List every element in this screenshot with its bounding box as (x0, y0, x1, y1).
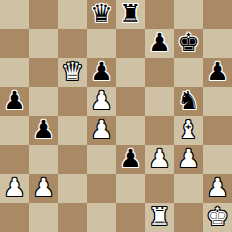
square-a8[interactable] (0, 0, 29, 29)
black-pawn-b4[interactable]: ♟ (32, 117, 54, 142)
square-e1[interactable] (116, 203, 145, 232)
square-d8[interactable]: ♛ (87, 0, 116, 29)
square-a3[interactable] (0, 145, 29, 174)
square-c3[interactable] (58, 145, 87, 174)
square-g1[interactable] (174, 203, 203, 232)
square-a7[interactable] (0, 29, 29, 58)
black-pawn-e3[interactable]: ♟ (119, 146, 141, 171)
square-c5[interactable] (58, 87, 87, 116)
white-rook-f1[interactable]: ♜ (148, 204, 170, 229)
black-pawn-f7[interactable]: ♟ (148, 30, 170, 55)
square-e3[interactable]: ♟ (116, 145, 145, 174)
square-f1[interactable]: ♜ (145, 203, 174, 232)
square-e5[interactable] (116, 87, 145, 116)
white-pawn-f3[interactable]: ♟ (148, 146, 170, 171)
square-e8[interactable]: ♜ (116, 0, 145, 29)
square-a2[interactable]: ♟ (0, 174, 29, 203)
square-g4[interactable]: ♝ (174, 116, 203, 145)
square-f5[interactable] (145, 87, 174, 116)
square-a4[interactable] (0, 116, 29, 145)
chess-board: ♛♜♟♚♛♟♟♟♟♞♟♟♝♟♟♟♟♟♟♜♚ (0, 0, 232, 232)
white-pawn-b2[interactable]: ♟ (32, 175, 54, 200)
square-h6[interactable]: ♟ (203, 58, 232, 87)
square-d1[interactable] (87, 203, 116, 232)
square-a5[interactable]: ♟ (0, 87, 29, 116)
white-pawn-g3[interactable]: ♟ (177, 146, 199, 171)
square-h8[interactable] (203, 0, 232, 29)
square-c1[interactable] (58, 203, 87, 232)
square-g7[interactable]: ♚ (174, 29, 203, 58)
white-pawn-d5[interactable]: ♟ (90, 88, 112, 113)
square-h1[interactable]: ♚ (203, 203, 232, 232)
black-rook-e8[interactable]: ♜ (119, 1, 141, 26)
square-g2[interactable] (174, 174, 203, 203)
square-h7[interactable] (203, 29, 232, 58)
square-f4[interactable] (145, 116, 174, 145)
square-d7[interactable] (87, 29, 116, 58)
square-f2[interactable] (145, 174, 174, 203)
square-e4[interactable] (116, 116, 145, 145)
square-h5[interactable] (203, 87, 232, 116)
square-e2[interactable] (116, 174, 145, 203)
black-pawn-h6[interactable]: ♟ (206, 59, 228, 84)
square-b5[interactable] (29, 87, 58, 116)
square-f6[interactable] (145, 58, 174, 87)
square-e6[interactable] (116, 58, 145, 87)
white-pawn-h2[interactable]: ♟ (206, 175, 228, 200)
square-b2[interactable]: ♟ (29, 174, 58, 203)
square-g5[interactable]: ♞ (174, 87, 203, 116)
square-g8[interactable] (174, 0, 203, 29)
square-e7[interactable] (116, 29, 145, 58)
white-pawn-d4[interactable]: ♟ (90, 117, 112, 142)
square-h3[interactable] (203, 145, 232, 174)
square-f3[interactable]: ♟ (145, 145, 174, 174)
square-a6[interactable] (0, 58, 29, 87)
square-h4[interactable] (203, 116, 232, 145)
white-bishop-g4[interactable]: ♝ (177, 117, 199, 142)
square-c6[interactable]: ♛ (58, 58, 87, 87)
square-d2[interactable] (87, 174, 116, 203)
square-h2[interactable]: ♟ (203, 174, 232, 203)
square-b8[interactable] (29, 0, 58, 29)
black-pawn-a5[interactable]: ♟ (3, 88, 25, 113)
white-pawn-a2[interactable]: ♟ (3, 175, 25, 200)
white-king-h1[interactable]: ♚ (206, 204, 228, 229)
square-d6[interactable]: ♟ (87, 58, 116, 87)
square-c8[interactable] (58, 0, 87, 29)
square-c2[interactable] (58, 174, 87, 203)
square-b4[interactable]: ♟ (29, 116, 58, 145)
square-b6[interactable] (29, 58, 58, 87)
square-f8[interactable] (145, 0, 174, 29)
black-queen-d8[interactable]: ♛ (90, 1, 112, 26)
square-c4[interactable] (58, 116, 87, 145)
square-b1[interactable] (29, 203, 58, 232)
square-d3[interactable] (87, 145, 116, 174)
square-f7[interactable]: ♟ (145, 29, 174, 58)
black-king-g7[interactable]: ♚ (177, 30, 199, 55)
square-a1[interactable] (0, 203, 29, 232)
white-queen-c6[interactable]: ♛ (61, 59, 83, 84)
square-g3[interactable]: ♟ (174, 145, 203, 174)
black-pawn-d6[interactable]: ♟ (90, 59, 112, 84)
square-g6[interactable] (174, 58, 203, 87)
square-b7[interactable] (29, 29, 58, 58)
square-d4[interactable]: ♟ (87, 116, 116, 145)
square-b3[interactable] (29, 145, 58, 174)
square-d5[interactable]: ♟ (87, 87, 116, 116)
square-c7[interactable] (58, 29, 87, 58)
black-knight-g5[interactable]: ♞ (177, 88, 199, 113)
